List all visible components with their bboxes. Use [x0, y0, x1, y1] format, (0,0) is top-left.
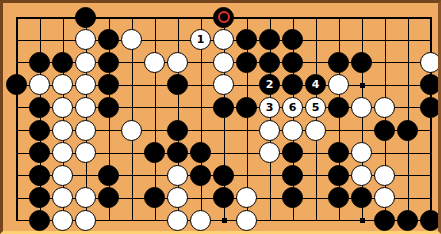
white-stone — [75, 187, 96, 208]
white-stone — [52, 97, 73, 118]
white-stone-move-1: 1 — [190, 29, 211, 50]
white-stone — [144, 52, 165, 73]
white-stone — [190, 210, 211, 231]
black-stone — [420, 210, 441, 231]
black-stone — [282, 142, 303, 163]
black-stone — [29, 165, 50, 186]
black-stone — [98, 74, 119, 95]
black-stone — [328, 165, 349, 186]
white-stone — [213, 52, 234, 73]
white-stone — [374, 187, 395, 208]
black-stone — [29, 187, 50, 208]
white-stone — [213, 29, 234, 50]
white-stone — [52, 187, 73, 208]
black-stone — [420, 74, 441, 95]
white-stone — [236, 187, 257, 208]
black-stone — [374, 210, 395, 231]
black-stone — [167, 142, 188, 163]
board-vertical-line — [430, 17, 432, 221]
black-stone — [29, 52, 50, 73]
black-stone — [213, 7, 234, 28]
white-stone — [52, 120, 73, 141]
black-stone — [397, 120, 418, 141]
black-stone — [420, 97, 441, 118]
black-stone — [98, 165, 119, 186]
white-stone-move-3: 3 — [259, 97, 280, 118]
black-stone — [167, 74, 188, 95]
white-stone — [328, 74, 349, 95]
black-stone — [236, 97, 257, 118]
circle-marker — [218, 11, 230, 23]
black-stone — [52, 52, 73, 73]
black-stone — [328, 97, 349, 118]
black-stone — [29, 120, 50, 141]
white-stone — [75, 74, 96, 95]
black-stone — [190, 142, 211, 163]
black-stone — [6, 74, 27, 95]
black-stone — [213, 187, 234, 208]
black-stone-move-2: 2 — [259, 74, 280, 95]
white-stone — [236, 210, 257, 231]
black-stone — [374, 120, 395, 141]
black-stone — [282, 187, 303, 208]
go-diagram: 124365 — [0, 0, 441, 234]
black-stone — [29, 210, 50, 231]
white-stone — [259, 142, 280, 163]
black-stone — [236, 29, 257, 50]
black-stone — [98, 52, 119, 73]
white-stone — [121, 29, 142, 50]
white-stone — [75, 120, 96, 141]
white-stone — [351, 97, 372, 118]
white-stone — [351, 165, 372, 186]
black-stone — [351, 52, 372, 73]
white-stone — [52, 142, 73, 163]
white-stone — [75, 142, 96, 163]
white-stone — [167, 165, 188, 186]
black-stone — [236, 52, 257, 73]
white-stone — [305, 120, 326, 141]
board-vertical-line — [16, 17, 18, 221]
black-stone — [98, 187, 119, 208]
white-stone — [52, 210, 73, 231]
black-stone — [29, 142, 50, 163]
white-stone — [420, 52, 441, 73]
black-stone — [282, 165, 303, 186]
black-stone — [328, 52, 349, 73]
white-stone — [167, 187, 188, 208]
black-stone — [282, 29, 303, 50]
white-stone — [213, 74, 234, 95]
black-stone — [190, 165, 211, 186]
black-stone — [328, 187, 349, 208]
black-stone — [213, 165, 234, 186]
white-stone — [374, 97, 395, 118]
black-stone — [98, 29, 119, 50]
white-stone — [167, 210, 188, 231]
white-stone — [75, 210, 96, 231]
black-stone — [259, 29, 280, 50]
black-stone — [144, 187, 165, 208]
white-stone-move-5: 5 — [305, 97, 326, 118]
black-stone — [167, 120, 188, 141]
white-stone — [29, 74, 50, 95]
black-stone-move-4: 4 — [305, 74, 326, 95]
star-point — [360, 218, 365, 223]
white-stone — [75, 29, 96, 50]
star-point — [360, 83, 365, 88]
white-stone — [52, 165, 73, 186]
black-stone — [328, 142, 349, 163]
black-stone — [213, 97, 234, 118]
black-stone — [75, 7, 96, 28]
white-stone — [52, 74, 73, 95]
black-stone — [259, 52, 280, 73]
black-stone — [282, 52, 303, 73]
black-stone — [29, 97, 50, 118]
black-stone — [351, 187, 372, 208]
black-stone — [282, 74, 303, 95]
white-stone — [121, 120, 142, 141]
star-point — [222, 218, 227, 223]
white-stone-move-6: 6 — [282, 97, 303, 118]
white-stone — [75, 52, 96, 73]
black-stone — [98, 97, 119, 118]
white-stone — [351, 142, 372, 163]
black-stone — [144, 142, 165, 163]
white-stone — [75, 97, 96, 118]
black-stone — [397, 210, 418, 231]
white-stone — [374, 165, 395, 186]
white-stone — [167, 52, 188, 73]
white-stone — [259, 120, 280, 141]
white-stone — [282, 120, 303, 141]
